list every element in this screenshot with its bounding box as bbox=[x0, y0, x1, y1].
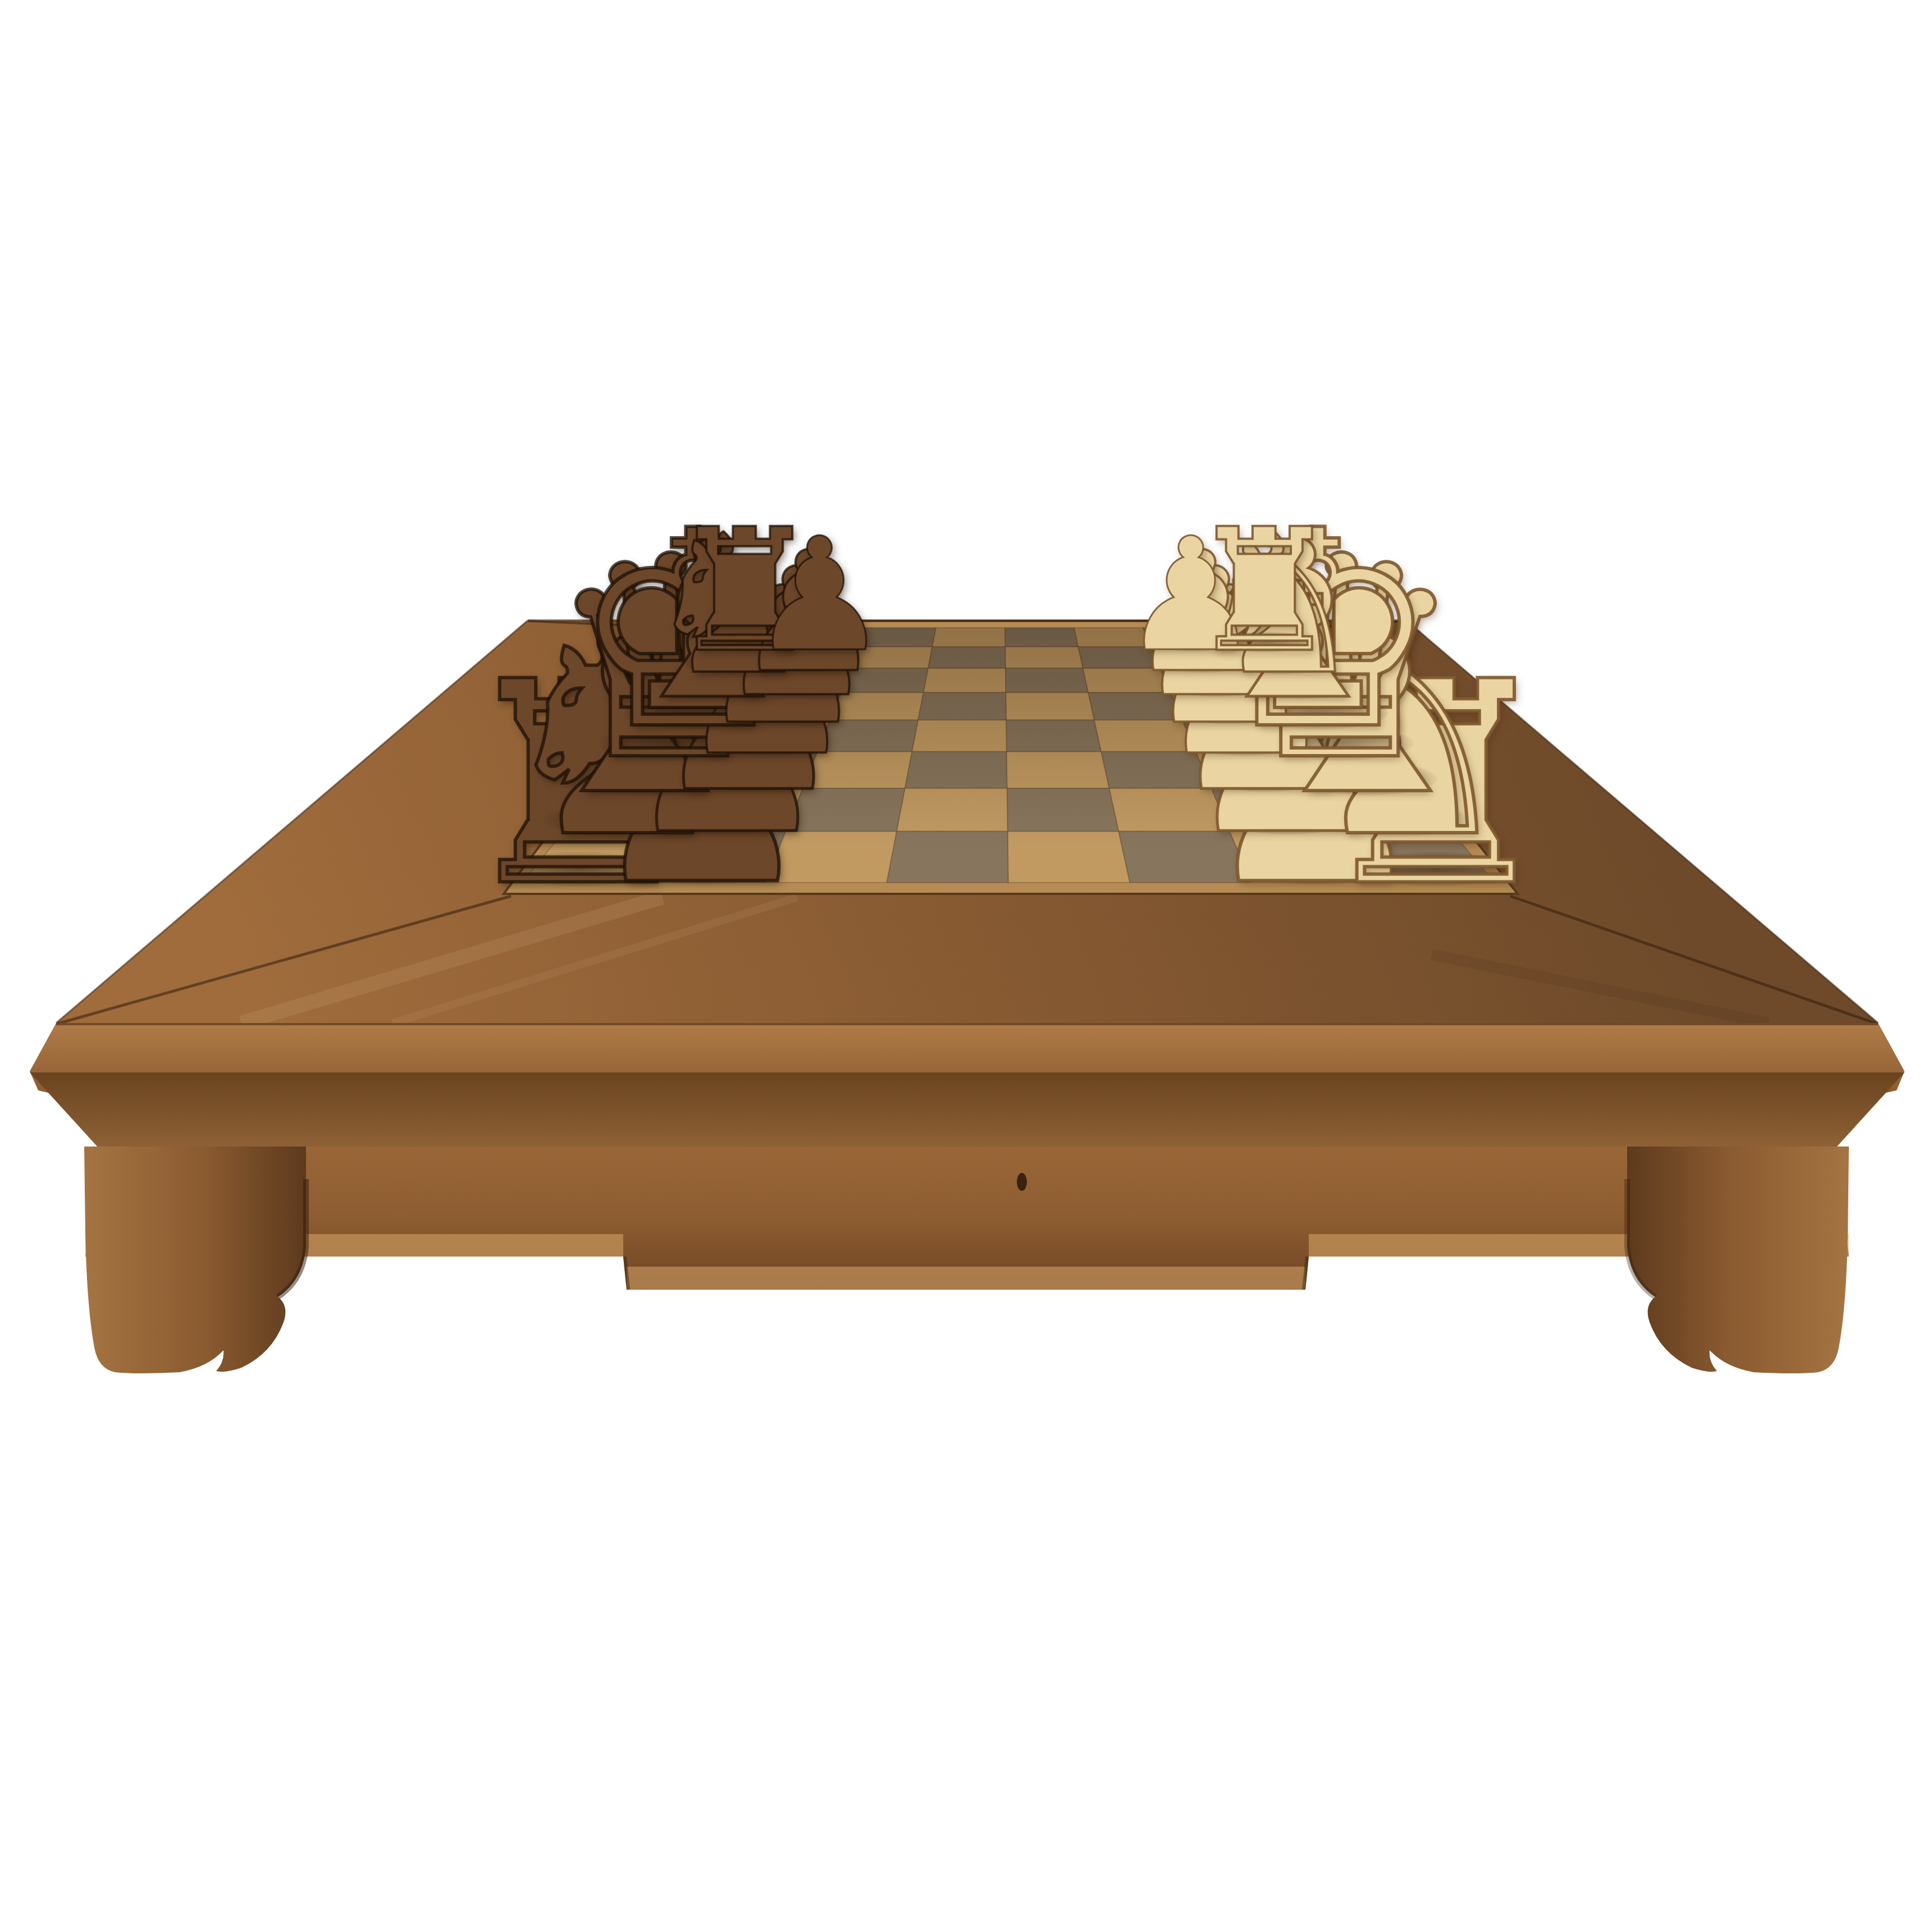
piece-white-rook-h1[interactable]: ♜ bbox=[1188, 506, 1340, 676]
piece-black-pawn-h7[interactable]: ♟ bbox=[750, 517, 889, 673]
chess-table-photo: ♜♟♟♜♞♟♟♞♝♟♟♝♚♟♟♚♛♟♟♛♝♟♟♝♞♟♟♞♜♟♟♜ bbox=[0, 0, 1932, 1932]
pieces-layer: ♜♟♟♜♞♟♟♞♝♟♟♝♚♟♟♚♛♟♟♛♝♟♟♝♞♟♟♞♜♟♟♜ bbox=[0, 0, 1932, 1932]
